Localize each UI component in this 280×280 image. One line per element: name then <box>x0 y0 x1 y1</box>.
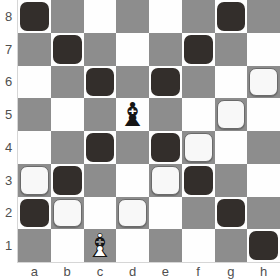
black-bishop: ♝ <box>116 98 149 131</box>
move-marker-dark-c6 <box>86 68 115 97</box>
square-d7[interactable] <box>116 33 149 66</box>
rank-label-8: 8 <box>0 0 17 33</box>
move-marker-light-g5 <box>217 100 246 129</box>
square-d5[interactable]: ♝ <box>116 98 149 131</box>
rank-label-4: 4 <box>0 131 17 164</box>
file-label-d: d <box>116 263 149 280</box>
square-g7[interactable] <box>215 33 248 66</box>
square-d6[interactable] <box>116 66 149 99</box>
square-h3[interactable] <box>247 164 280 197</box>
rank-labels: 87654321 <box>0 0 17 262</box>
file-label-b: b <box>51 263 84 280</box>
square-e8[interactable] <box>149 0 182 33</box>
square-h8[interactable] <box>247 0 280 33</box>
square-e6[interactable] <box>149 66 182 99</box>
move-marker-dark-f7 <box>184 35 213 64</box>
square-h4[interactable] <box>247 131 280 164</box>
square-e4[interactable] <box>149 131 182 164</box>
square-a6[interactable] <box>18 66 51 99</box>
white-bishop-outline-glyph: ♗ <box>84 228 117 261</box>
square-f2[interactable] <box>182 197 215 230</box>
square-c1[interactable]: ♝♗ <box>84 229 117 262</box>
square-h6[interactable] <box>247 66 280 99</box>
square-c4[interactable] <box>84 131 117 164</box>
square-g2[interactable] <box>215 197 248 230</box>
square-b4[interactable] <box>51 131 84 164</box>
move-marker-dark-a8 <box>20 2 49 31</box>
square-e5[interactable] <box>149 98 182 131</box>
square-c8[interactable] <box>84 0 117 33</box>
move-marker-dark-c4 <box>86 133 115 162</box>
rank-label-5: 5 <box>0 98 17 131</box>
move-marker-light-f4 <box>184 133 213 162</box>
board: ♝♝♗ <box>17 0 280 263</box>
square-a5[interactable] <box>18 98 51 131</box>
rank-label-1: 1 <box>0 229 17 262</box>
square-e7[interactable] <box>149 33 182 66</box>
move-marker-dark-e4 <box>151 133 180 162</box>
square-d1[interactable] <box>116 229 149 262</box>
square-g4[interactable] <box>215 131 248 164</box>
move-marker-light-a3 <box>20 166 49 195</box>
move-marker-dark-a2 <box>20 199 49 228</box>
move-marker-dark-f3 <box>184 166 213 195</box>
file-label-h: h <box>247 263 280 280</box>
square-h5[interactable] <box>247 98 280 131</box>
square-b5[interactable] <box>51 98 84 131</box>
square-b1[interactable] <box>51 229 84 262</box>
square-f5[interactable] <box>182 98 215 131</box>
file-labels: abcdefgh <box>18 263 280 280</box>
file-label-c: c <box>84 263 117 280</box>
move-marker-dark-e6 <box>151 68 180 97</box>
square-b8[interactable] <box>51 0 84 33</box>
square-a7[interactable] <box>18 33 51 66</box>
move-marker-light-b2 <box>53 199 82 228</box>
square-d4[interactable] <box>116 131 149 164</box>
file-label-a: a <box>18 263 51 280</box>
square-f7[interactable] <box>182 33 215 66</box>
square-f8[interactable] <box>182 0 215 33</box>
square-f6[interactable] <box>182 66 215 99</box>
square-c5[interactable] <box>84 98 117 131</box>
square-a8[interactable] <box>18 0 51 33</box>
square-g3[interactable] <box>215 164 248 197</box>
square-g1[interactable] <box>215 229 248 262</box>
move-marker-dark-h1 <box>249 231 278 260</box>
square-c7[interactable] <box>84 33 117 66</box>
square-g6[interactable] <box>215 66 248 99</box>
square-c2[interactable] <box>84 197 117 230</box>
move-marker-light-h6 <box>249 68 278 97</box>
file-label-g: g <box>215 263 248 280</box>
square-a2[interactable] <box>18 197 51 230</box>
square-a3[interactable] <box>18 164 51 197</box>
square-c6[interactable] <box>84 66 117 99</box>
square-b2[interactable] <box>51 197 84 230</box>
square-f1[interactable] <box>182 229 215 262</box>
rank-label-6: 6 <box>0 66 17 99</box>
square-g5[interactable] <box>215 98 248 131</box>
square-h1[interactable] <box>247 229 280 262</box>
move-marker-dark-g2 <box>217 199 246 228</box>
square-a4[interactable] <box>18 131 51 164</box>
file-label-e: e <box>149 263 182 280</box>
move-marker-light-e3 <box>151 166 180 195</box>
square-a1[interactable] <box>18 229 51 262</box>
square-c3[interactable] <box>84 164 117 197</box>
square-d8[interactable] <box>116 0 149 33</box>
black-bishop-glyph: ♝ <box>116 97 149 130</box>
file-label-f: f <box>182 263 215 280</box>
square-e3[interactable] <box>149 164 182 197</box>
square-b7[interactable] <box>51 33 84 66</box>
move-marker-light-d2 <box>118 199 147 228</box>
square-f3[interactable] <box>182 164 215 197</box>
square-g8[interactable] <box>215 0 248 33</box>
square-e1[interactable] <box>149 229 182 262</box>
move-marker-dark-g8 <box>217 2 246 31</box>
square-f4[interactable] <box>182 131 215 164</box>
square-e2[interactable] <box>149 197 182 230</box>
square-d2[interactable] <box>116 197 149 230</box>
square-d3[interactable] <box>116 164 149 197</box>
square-h7[interactable] <box>247 33 280 66</box>
chess-board-diagram: 87654321 ♝♝♗ abcdefgh <box>0 0 280 280</box>
white-bishop: ♝♗ <box>84 229 117 262</box>
square-b6[interactable] <box>51 66 84 99</box>
rank-label-2: 2 <box>0 197 17 230</box>
move-marker-dark-b3 <box>53 166 82 195</box>
move-marker-dark-b7 <box>53 35 82 64</box>
square-b3[interactable] <box>51 164 84 197</box>
rank-label-3: 3 <box>0 164 17 197</box>
rank-label-7: 7 <box>0 33 17 66</box>
square-h2[interactable] <box>247 197 280 230</box>
